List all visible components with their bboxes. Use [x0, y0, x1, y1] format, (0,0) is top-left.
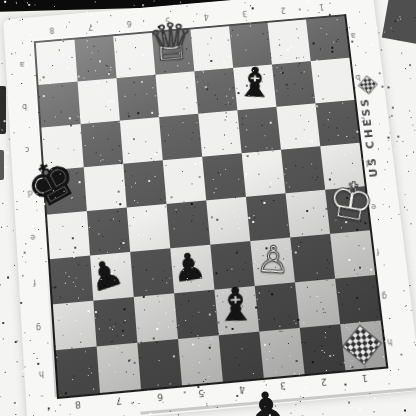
square-h3 [259, 328, 304, 378]
square-a3 [229, 23, 272, 68]
square-h4 [219, 332, 264, 382]
label-rank-top-1: 1 [319, 2, 325, 10]
vinyl-board-sheet: aabbccddeeffgghh8877665544332211 US CHES… [3, 0, 416, 416]
label-rank-top-3: 3 [242, 9, 248, 17]
square-a4 [190, 26, 233, 71]
square-d7 [84, 164, 127, 211]
label-rank-bottom-6: 6 [157, 391, 164, 401]
square-b7 [78, 78, 120, 124]
square-b1 [311, 58, 355, 104]
square-d2 [281, 146, 325, 193]
square-a1 [306, 16, 349, 61]
label-file-left-b: b [22, 102, 27, 110]
square-f4 [210, 241, 254, 290]
square-b5 [155, 71, 198, 117]
square-g7 [93, 297, 137, 346]
square-e6 [127, 204, 171, 252]
square-b3 [233, 64, 276, 110]
label-file-right-g: g [381, 291, 387, 300]
square-f1 [330, 230, 375, 278]
label-file-left-h: h [39, 368, 45, 377]
square-c5 [159, 114, 202, 161]
label-file-left-d: d [27, 188, 33, 196]
label-rank-top-5: 5 [165, 16, 171, 24]
photo-background-left-edge [0, 86, 6, 134]
square-a6 [113, 33, 155, 78]
label-file-right-a: a [350, 31, 356, 39]
square-d1 [320, 143, 364, 190]
square-g8 [53, 301, 97, 351]
board-grid [34, 14, 389, 399]
square-e1 [325, 186, 370, 234]
square-g4 [214, 286, 259, 335]
label-file-left-g: g [36, 322, 42, 331]
label-file-left-e: e [30, 232, 35, 240]
square-d6 [123, 160, 166, 207]
label-rank-top-7: 7 [88, 22, 93, 30]
square-c6 [120, 117, 163, 164]
square-f3 [250, 237, 295, 286]
square-g2 [295, 279, 340, 328]
us-chess-logo-icon [357, 75, 378, 95]
square-h5 [178, 335, 223, 385]
square-a5 [152, 29, 194, 74]
label-file-right-h: h [387, 336, 393, 345]
label-file-left-f: f [33, 277, 36, 285]
square-e3 [246, 193, 290, 241]
square-f5 [170, 245, 214, 294]
square-e4 [206, 197, 250, 245]
square-h8 [56, 346, 100, 396]
square-e5 [166, 200, 210, 248]
label-rank-bottom-5: 5 [198, 388, 205, 398]
label-file-right-f: f [376, 246, 380, 254]
square-a7 [75, 36, 117, 81]
square-g5 [174, 290, 219, 339]
square-b4 [194, 68, 237, 114]
photo-background-left-edge-2 [0, 150, 4, 180]
square-c8 [41, 124, 83, 171]
square-g6 [134, 293, 178, 342]
square-f8 [50, 256, 93, 305]
square-b6 [117, 75, 160, 121]
square-c2 [276, 103, 320, 149]
captured-piece-off-board: ♟ [244, 384, 290, 416]
square-c7 [81, 121, 124, 168]
square-b2 [272, 61, 315, 107]
square-h6 [137, 339, 182, 389]
square-e2 [286, 190, 331, 238]
square-c3 [237, 107, 281, 153]
square-e7 [87, 208, 130, 256]
label-rank-top-6: 6 [126, 19, 132, 27]
square-a2 [268, 19, 311, 64]
label-rank-bottom-7: 7 [116, 395, 123, 405]
label-rank-top-2: 2 [280, 6, 286, 14]
label-file-left-a: a [19, 59, 24, 67]
label-rank-bottom-1: 1 [361, 373, 368, 383]
square-g3 [255, 282, 300, 331]
square-c4 [198, 110, 241, 156]
square-d4 [202, 153, 246, 200]
square-a8 [36, 40, 78, 85]
square-d8 [44, 167, 87, 214]
square-d5 [163, 157, 206, 204]
photo-background-top-right [382, 0, 416, 46]
square-f6 [130, 248, 174, 297]
square-b8 [39, 82, 81, 128]
label-rank-top-4: 4 [203, 12, 209, 20]
square-c1 [315, 100, 359, 146]
square-f2 [290, 234, 335, 282]
chess-board-photo: aabbccddeeffgghh8877665544332211 US CHES… [0, 0, 416, 416]
square-h7 [97, 343, 141, 393]
square-f7 [90, 252, 134, 301]
label-rank-bottom-8: 8 [75, 399, 82, 409]
square-d3 [242, 150, 286, 197]
label-file-left-c: c [25, 145, 30, 153]
square-h2 [300, 324, 346, 374]
label-rank-bottom-2: 2 [320, 376, 327, 386]
square-e8 [47, 211, 90, 259]
label-rank-top-8: 8 [49, 26, 54, 34]
square-g1 [335, 275, 381, 324]
